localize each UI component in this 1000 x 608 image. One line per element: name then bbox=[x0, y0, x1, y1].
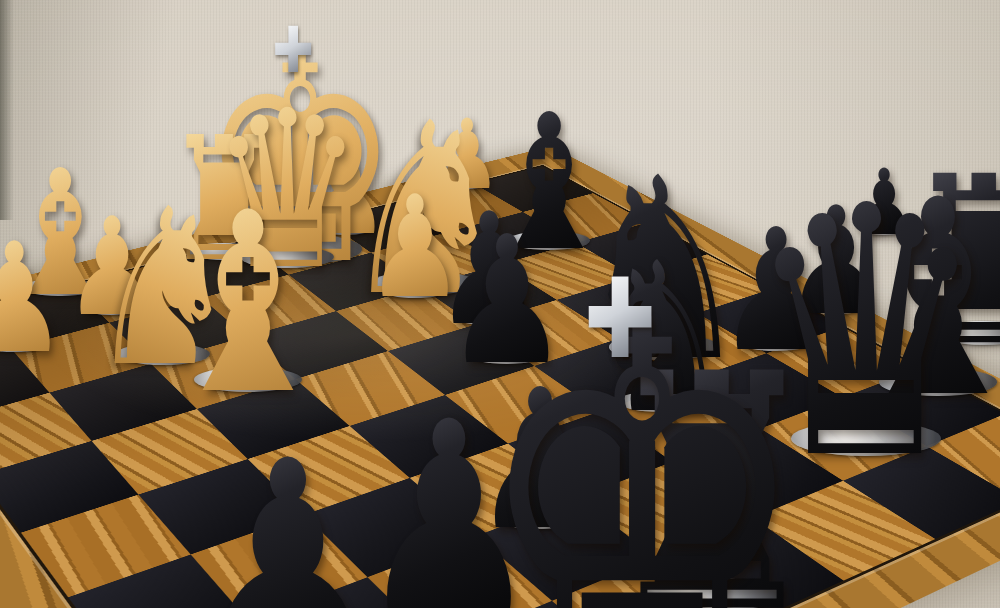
king-cross-finial: ✚ bbox=[584, 264, 656, 374]
chess-set-photo-scene: ♟♟♟♝♚♜♛♞♝♟♟♟♟♜♟♟♞♞♟♝♝♞♛♟♜♟♚♟✚✚ bbox=[0, 0, 1000, 608]
black-pawn[interactable]: ♟ bbox=[186, 423, 391, 608]
white-pawn[interactable]: ♟ bbox=[0, 223, 67, 375]
white-bishop[interactable]: ♝ bbox=[161, 180, 335, 428]
king-cross-finial: ✚ bbox=[272, 19, 313, 82]
